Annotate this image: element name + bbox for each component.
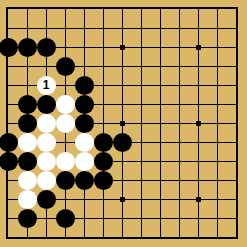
stone-white[interactable] xyxy=(18,171,37,190)
stone-black[interactable] xyxy=(75,171,94,190)
stone-black[interactable] xyxy=(0,38,18,57)
stone-black[interactable] xyxy=(113,133,132,152)
stone-white[interactable] xyxy=(18,190,37,209)
stone-black[interactable] xyxy=(75,114,94,133)
stone-white[interactable] xyxy=(56,95,75,114)
stone-black[interactable] xyxy=(18,38,37,57)
board-grid: 1 xyxy=(8,9,236,237)
stone-black[interactable] xyxy=(94,171,113,190)
star-point xyxy=(120,121,125,126)
stone-white[interactable] xyxy=(75,133,94,152)
grid-vline xyxy=(217,9,218,237)
star-point xyxy=(120,45,125,50)
stone-black[interactable] xyxy=(18,114,37,133)
stone-white[interactable] xyxy=(56,114,75,133)
grid-vline xyxy=(141,9,142,237)
star-point xyxy=(120,197,125,202)
stone-white[interactable] xyxy=(56,152,75,171)
star-point xyxy=(196,121,201,126)
stone-black[interactable] xyxy=(18,152,37,171)
star-point xyxy=(196,197,201,202)
stone-black[interactable] xyxy=(56,57,75,76)
stone-black[interactable] xyxy=(75,76,94,95)
star-point xyxy=(196,45,201,50)
go-board-diagram: 1 xyxy=(0,0,247,247)
stone-white[interactable]: 1 xyxy=(37,76,56,95)
grid-vline xyxy=(179,9,180,237)
stone-black[interactable] xyxy=(37,38,56,57)
go-board[interactable]: 1 xyxy=(6,7,238,239)
stone-white[interactable] xyxy=(75,152,94,171)
stone-black[interactable] xyxy=(94,133,113,152)
stone-black[interactable] xyxy=(94,152,113,171)
stone-black[interactable] xyxy=(18,209,37,228)
stone-move-number: 1 xyxy=(43,76,50,95)
stone-black[interactable] xyxy=(56,209,75,228)
stone-black[interactable] xyxy=(75,95,94,114)
stone-white[interactable] xyxy=(37,114,56,133)
stone-black[interactable] xyxy=(0,133,18,152)
stone-black[interactable] xyxy=(37,190,56,209)
stone-white[interactable] xyxy=(37,133,56,152)
stone-black[interactable] xyxy=(0,152,18,171)
stone-white[interactable] xyxy=(37,152,56,171)
stone-white[interactable] xyxy=(37,171,56,190)
stone-black[interactable] xyxy=(18,95,37,114)
grid-hline xyxy=(8,218,236,219)
stone-black[interactable] xyxy=(37,95,56,114)
grid-vline xyxy=(160,9,161,237)
stone-white[interactable] xyxy=(18,133,37,152)
stone-black[interactable] xyxy=(56,171,75,190)
